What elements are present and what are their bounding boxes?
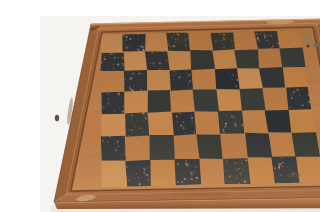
board-svg <box>40 16 320 212</box>
corner-bracket-metal <box>307 45 310 48</box>
hanging-hook <box>55 115 59 121</box>
lighting-tone-overlay <box>71 27 320 191</box>
board-photo: Antique primitive wooden checkers game b… <box>40 16 320 212</box>
checkers-board <box>40 16 320 212</box>
